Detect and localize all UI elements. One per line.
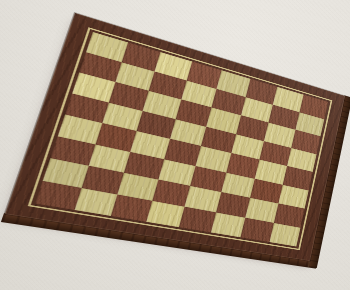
chess-board bbox=[5, 13, 345, 261]
scene-background bbox=[0, 0, 350, 290]
square-h1 bbox=[269, 223, 300, 247]
